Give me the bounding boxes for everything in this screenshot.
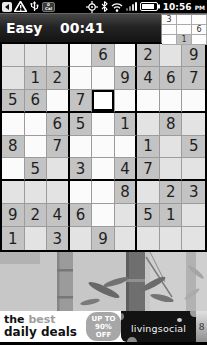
cell-r7c8[interactable]: 2 [160,181,183,204]
cell-r4c9[interactable] [182,113,205,136]
cell-r6c8[interactable] [160,158,183,181]
cell-r9c4[interactable] [70,227,93,250]
cell-r1c5[interactable]: 6 [92,44,115,67]
mini-cell-r2c3: 6 [192,25,207,35]
mini-cell-r2c1 [162,25,177,35]
mini-cell-r3c2: 1 [177,35,192,45]
cell-r4c6[interactable]: 1 [115,113,138,136]
cal-badge-icon: 0 Cal [42,2,55,12]
signal-bars-icon [126,2,137,11]
cell-r5c9[interactable]: 5 [182,136,205,159]
cell-r8c8[interactable]: 1 [160,204,183,227]
cell-r5c5[interactable] [92,136,115,159]
cell-r3c8[interactable] [160,90,183,113]
cell-r6c2[interactable]: 5 [25,158,48,181]
cell-r6c4[interactable]: 3 [70,158,93,181]
usb-icon [29,1,40,12]
cell-r5c1[interactable]: 8 [2,136,25,159]
clock: 10:56 PM [163,2,205,12]
cell-r7c5[interactable] [92,181,115,204]
cell-r4c8[interactable]: 8 [160,113,183,136]
cell-r8c9[interactable] [182,204,205,227]
mini-grid: 361 [161,14,207,43]
decor-circle-icon [121,313,124,320]
mini-cell-r3c3 [192,35,207,45]
mini-cell-r1c1: 3 [162,15,177,25]
cell-r8c2[interactable]: 2 [25,204,48,227]
cell-r5c3[interactable]: 7 [47,136,70,159]
mini-cell-r1c2 [177,15,192,25]
warning-triangle-icon [14,1,27,12]
back-badge-icon [2,1,12,12]
cell-r3c4[interactable]: 7 [70,90,93,113]
ad-discount-badge: UP TO 90% OFF [86,312,121,341]
cell-r1c6[interactable] [115,44,138,67]
cell-r9c6[interactable] [115,227,138,250]
brand-logo-icon [177,318,182,322]
cell-r3c2[interactable]: 6 [25,90,48,113]
cell-r4c7[interactable] [137,113,160,136]
cell-r2c1[interactable] [2,67,25,90]
cell-r2c4[interactable] [70,67,93,90]
cell-r8c1[interactable]: 9 [2,204,25,227]
gps-crosshair-icon [86,1,98,12]
cell-r5c2[interactable] [25,136,48,159]
cell-r7c6[interactable]: 8 [115,181,138,204]
cell-r8c7[interactable]: 5 [137,204,160,227]
cell-r8c4[interactable]: 6 [70,204,93,227]
cell-r4c2[interactable] [25,113,48,136]
cell-r9c1[interactable]: 1 [2,227,25,250]
cell-r2c8[interactable]: 6 [160,67,183,90]
ad-text: the best daily deals [4,314,77,339]
cell-r6c6[interactable]: 4 [115,158,138,181]
wifi-icon [111,1,123,12]
status-right-icons: 10:56 PM [86,1,205,12]
cell-r3c6[interactable] [115,90,138,113]
cell-r9c3[interactable]: 3 [47,227,70,250]
cell-r2c7[interactable]: 4 [137,67,160,90]
game-timer: 00:41 [60,20,105,36]
cell-r4c5[interactable] [92,113,115,136]
cell-r5c4[interactable] [70,136,93,159]
cell-r4c3[interactable]: 6 [47,113,70,136]
cell-r7c1[interactable] [2,181,25,204]
battery-icon [140,1,160,12]
cell-r9c7[interactable] [137,227,160,250]
bluetooth-icon [101,1,108,12]
cell-r5c6[interactable] [115,136,138,159]
cell-r5c7[interactable]: 1 [137,136,160,159]
cell-r2c6[interactable]: 9 [115,67,138,90]
cell-r1c4[interactable] [70,44,93,67]
cell-r1c2[interactable] [25,44,48,67]
cell-r1c3[interactable] [47,44,70,67]
cell-r3c1[interactable]: 5 [2,90,25,113]
cell-r8c5[interactable] [92,204,115,227]
ad-brand-panel: livingsocial [121,311,196,342]
mini-cell-r3c1 [162,35,177,45]
cell-r3c3[interactable] [47,90,70,113]
cell-r3c7[interactable] [137,90,160,113]
ad-banner[interactable]: the best daily deals UP TO 90% OFF livin… [0,311,207,342]
cell-r1c8[interactable] [160,44,183,67]
cell-r6c1[interactable] [2,158,25,181]
cell-r9c9[interactable] [182,227,205,250]
ad-side-strip: 8 [196,311,207,342]
cell-r1c1[interactable] [2,44,25,67]
phone-screen: 0 Cal 10:56 PM [0,0,207,345]
cell-r1c9[interactable]: 9 [182,44,205,67]
cell-r9c8[interactable] [160,227,183,250]
cell-r2c5[interactable] [92,67,115,90]
cell-r9c2[interactable] [25,227,48,250]
cell-r8c3[interactable]: 4 [47,204,70,227]
mini-cell-r2c2 [177,25,192,35]
cell-r7c9[interactable]: 3 [182,181,205,204]
cell-r6c7[interactable]: 7 [137,158,160,181]
cell-r7c2[interactable] [25,181,48,204]
cell-r5c8[interactable] [160,136,183,159]
ad-region[interactable]: the best daily deals UP TO 90% OFF livin… [0,252,207,345]
cell-r3c5[interactable] [92,90,115,113]
status-bar: 0 Cal 10:56 PM [0,0,207,13]
cell-r6c9[interactable] [182,158,205,181]
cell-r2c9[interactable]: 7 [182,67,205,90]
sudoku-board[interactable]: 629129467567651887155347823924651139 [0,42,207,252]
cell-r4c4[interactable]: 5 [70,113,93,136]
cell-r8c6[interactable] [115,204,138,227]
cell-r6c3[interactable] [47,158,70,181]
bamboo-painting-image [0,252,207,311]
brand-name: livingsocial [131,323,186,334]
mini-cell-r1c3 [192,15,207,25]
difficulty-label: Easy [6,20,42,36]
cell-r2c3[interactable]: 2 [47,67,70,90]
cell-r7c4[interactable] [70,181,93,204]
cell-r3c9[interactable] [182,90,205,113]
cell-r7c3[interactable] [47,181,70,204]
cell-r1c7[interactable]: 2 [137,44,160,67]
cell-r6c5[interactable] [92,158,115,181]
cell-r9c5[interactable]: 9 [92,227,115,250]
cell-r4c1[interactable] [2,113,25,136]
cell-r2c2[interactable]: 1 [25,67,48,90]
cell-r7c7[interactable] [137,181,160,204]
